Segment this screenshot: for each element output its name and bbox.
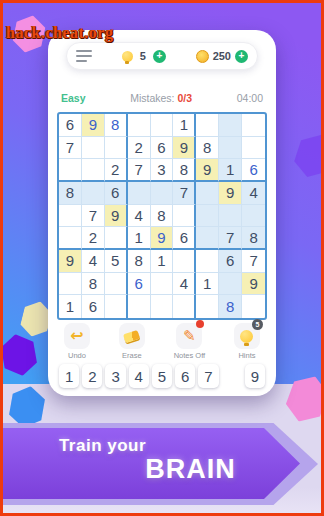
cell-r5c8[interactable] bbox=[219, 205, 242, 228]
cell-r8c8[interactable] bbox=[219, 273, 242, 296]
numpad-key-6[interactable]: 6 bbox=[175, 364, 195, 388]
game-card: 5 + 250 + Easy Mistakes: 0/3 04:00 69817… bbox=[48, 30, 276, 396]
cell-r8c4[interactable]: 6 bbox=[128, 273, 151, 296]
watermark: hack.cheat.org bbox=[6, 24, 113, 42]
coin-icon bbox=[196, 50, 209, 63]
erase-label: Erase bbox=[122, 351, 142, 360]
banner-line2: BRAIN bbox=[138, 454, 243, 485]
cell-r7c8[interactable]: 6 bbox=[219, 250, 242, 273]
hint-count: 5 bbox=[137, 50, 149, 62]
cell-r1c1[interactable]: 6 bbox=[59, 114, 82, 137]
cell-r2c6[interactable]: 9 bbox=[173, 137, 196, 160]
cell-r2c8[interactable] bbox=[219, 137, 242, 160]
cell-r9c4[interactable] bbox=[128, 295, 151, 318]
cell-r1c4[interactable] bbox=[128, 114, 151, 137]
cell-r4c6[interactable]: 7 bbox=[173, 182, 196, 205]
cell-r9c3[interactable] bbox=[105, 295, 128, 318]
mistakes-label: Mistakes: bbox=[130, 92, 174, 104]
cell-r3c2[interactable] bbox=[82, 159, 105, 182]
cell-r4c8[interactable]: 9 bbox=[219, 182, 242, 205]
cell-r5c1[interactable] bbox=[59, 205, 82, 228]
cell-r7c1[interactable]: 9 bbox=[59, 250, 82, 273]
cell-r2c4[interactable]: 2 bbox=[128, 137, 151, 160]
cell-r9c1[interactable]: 1 bbox=[59, 295, 82, 318]
top-bar: 5 + 250 + bbox=[66, 42, 258, 70]
cell-r6c3[interactable] bbox=[105, 227, 128, 250]
cell-r1c6[interactable]: 1 bbox=[173, 114, 196, 137]
cell-r5c7[interactable] bbox=[196, 205, 219, 228]
lightbulb-icon bbox=[122, 51, 133, 62]
mistakes-counter: Mistakes: 0/3 bbox=[130, 92, 192, 104]
coin-count: 250 bbox=[213, 50, 231, 62]
add-coins-button[interactable]: + bbox=[235, 50, 248, 63]
cell-r3c7[interactable]: 9 bbox=[196, 159, 219, 182]
cell-r5c3[interactable]: 9 bbox=[105, 205, 128, 228]
cell-r1c9[interactable] bbox=[242, 114, 265, 137]
banner-line1: Train your bbox=[40, 436, 165, 456]
cell-r6c8[interactable]: 7 bbox=[219, 227, 242, 250]
cell-r9c5[interactable] bbox=[151, 295, 174, 318]
cell-r7c5[interactable]: 1 bbox=[151, 250, 174, 273]
cell-r5c2[interactable]: 7 bbox=[82, 205, 105, 228]
numpad-key-9[interactable]: 9 bbox=[245, 364, 265, 388]
hints-button[interactable]: 5 Hints bbox=[234, 323, 260, 360]
notes-label: Notes Off bbox=[174, 351, 206, 360]
cell-r3c8[interactable]: 1 bbox=[219, 159, 242, 182]
menu-icon[interactable] bbox=[76, 50, 92, 62]
cell-r4c2[interactable] bbox=[82, 182, 105, 205]
cell-r2c1[interactable]: 7 bbox=[59, 137, 82, 160]
hint-bulb-icon: 5 bbox=[234, 323, 260, 349]
cell-r6c9[interactable]: 8 bbox=[242, 227, 265, 250]
eraser-icon bbox=[119, 323, 145, 349]
cell-r7c9[interactable]: 7 bbox=[242, 250, 265, 273]
cell-r8c5[interactable] bbox=[151, 273, 174, 296]
cell-r7c7[interactable] bbox=[196, 250, 219, 273]
decor-hexagon-purple-right bbox=[288, 129, 324, 183]
cell-r3c9[interactable]: 6 bbox=[242, 159, 265, 182]
cell-r5c9[interactable] bbox=[242, 205, 265, 228]
numpad-key-3[interactable]: 3 bbox=[105, 364, 125, 388]
cell-r1c5[interactable] bbox=[151, 114, 174, 137]
cell-r2c3[interactable] bbox=[105, 137, 128, 160]
numpad-key-5[interactable]: 5 bbox=[152, 364, 172, 388]
undo-label: Undo bbox=[68, 351, 86, 360]
cell-r3c3[interactable]: 2 bbox=[105, 159, 128, 182]
sudoku-grid: 6981726982738916867947948219678945816786… bbox=[57, 112, 267, 320]
cell-r6c2[interactable]: 2 bbox=[82, 227, 105, 250]
cell-r7c6[interactable] bbox=[173, 250, 196, 273]
difficulty-label[interactable]: Easy bbox=[61, 92, 86, 104]
decor-hexagon-violet-left bbox=[0, 331, 41, 379]
cell-r8c7[interactable]: 1 bbox=[196, 273, 219, 296]
cell-r8c1[interactable] bbox=[59, 273, 82, 296]
cell-r6c7[interactable] bbox=[196, 227, 219, 250]
hints-label: Hints bbox=[238, 351, 255, 360]
cell-r9c8[interactable]: 8 bbox=[219, 295, 242, 318]
mistakes-value: 0/3 bbox=[177, 92, 192, 104]
cell-r3c6[interactable]: 8 bbox=[173, 159, 196, 182]
cell-r1c3[interactable]: 8 bbox=[105, 114, 128, 137]
cell-r3c4[interactable]: 7 bbox=[128, 159, 151, 182]
erase-button[interactable]: Erase bbox=[119, 323, 145, 360]
cell-r2c2[interactable] bbox=[82, 137, 105, 160]
cell-r8c6[interactable]: 4 bbox=[173, 273, 196, 296]
status-row: Easy Mistakes: 0/3 04:00 bbox=[48, 92, 276, 104]
cell-r4c5[interactable] bbox=[151, 182, 174, 205]
cell-r3c1[interactable] bbox=[59, 159, 82, 182]
hints-count-badge: 5 bbox=[252, 319, 263, 330]
cell-r9c9[interactable] bbox=[242, 295, 265, 318]
cell-r4c3[interactable]: 6 bbox=[105, 182, 128, 205]
cell-r6c5[interactable]: 9 bbox=[151, 227, 174, 250]
cell-r2c9[interactable] bbox=[242, 137, 265, 160]
coins-resource: 250 + bbox=[196, 50, 248, 63]
numpad-key-1[interactable]: 1 bbox=[59, 364, 79, 388]
timer: 04:00 bbox=[237, 92, 263, 104]
cell-r6c4[interactable]: 1 bbox=[128, 227, 151, 250]
cell-r9c7[interactable] bbox=[196, 295, 219, 318]
cell-r2c5[interactable]: 6 bbox=[151, 137, 174, 160]
cell-r4c9[interactable]: 4 bbox=[242, 182, 265, 205]
notes-status-dot bbox=[196, 320, 204, 328]
cell-r8c2[interactable]: 8 bbox=[82, 273, 105, 296]
cell-r4c4[interactable] bbox=[128, 182, 151, 205]
add-hints-button[interactable]: + bbox=[153, 50, 166, 63]
toolbar: ↩ Undo Erase ✎ Notes Off 5 bbox=[48, 323, 276, 360]
hints-resource: 5 + bbox=[122, 50, 166, 63]
numpad-key-2[interactable]: 2 bbox=[82, 364, 102, 388]
cell-r7c4[interactable]: 8 bbox=[128, 250, 151, 273]
cell-r4c7[interactable] bbox=[196, 182, 219, 205]
cell-r6c6[interactable]: 6 bbox=[173, 227, 196, 250]
undo-button[interactable]: ↩ Undo bbox=[64, 323, 90, 360]
numpad: 12345679 bbox=[48, 364, 276, 388]
cell-r9c2[interactable]: 6 bbox=[82, 295, 105, 318]
pencil-icon: ✎ bbox=[176, 323, 202, 349]
cell-r8c9[interactable]: 9 bbox=[242, 273, 265, 296]
cell-r5c5[interactable]: 8 bbox=[151, 205, 174, 228]
cell-r8c3[interactable] bbox=[105, 273, 128, 296]
notes-button[interactable]: ✎ Notes Off bbox=[174, 323, 206, 360]
cell-r5c6[interactable] bbox=[173, 205, 196, 228]
cell-r9c6[interactable] bbox=[173, 295, 196, 318]
cell-r2c7[interactable]: 8 bbox=[196, 137, 219, 160]
cell-r4c1[interactable]: 8 bbox=[59, 182, 82, 205]
cell-r1c2[interactable]: 9 bbox=[82, 114, 105, 137]
numpad-key-7[interactable]: 7 bbox=[198, 364, 218, 388]
numpad-key-4[interactable]: 4 bbox=[129, 364, 149, 388]
numpad-empty-slot bbox=[222, 364, 242, 388]
cell-r7c2[interactable]: 4 bbox=[82, 250, 105, 273]
cell-r7c3[interactable]: 5 bbox=[105, 250, 128, 273]
cell-r3c5[interactable]: 3 bbox=[151, 159, 174, 182]
cell-r6c1[interactable] bbox=[59, 227, 82, 250]
cell-r5c4[interactable]: 4 bbox=[128, 205, 151, 228]
undo-icon: ↩ bbox=[64, 323, 90, 349]
cell-r1c8[interactable] bbox=[219, 114, 242, 137]
cell-r1c7[interactable] bbox=[196, 114, 219, 137]
